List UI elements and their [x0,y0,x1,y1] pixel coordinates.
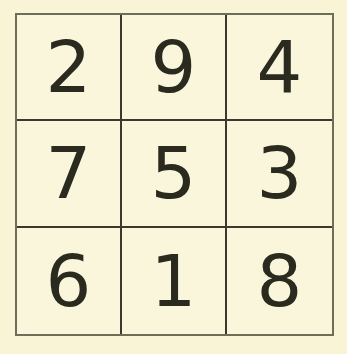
cell-r1c2: 3 [227,121,332,227]
cell-r2c1: 1 [122,228,227,334]
cell-r0c0: 2 [17,15,122,121]
cell-r0c2: 4 [227,15,332,121]
cell-r2c2: 8 [227,228,332,334]
magic-square-board: 2 9 4 7 5 3 6 1 8 [15,13,334,336]
cell-r0c1: 9 [122,15,227,121]
cell-r1c1: 5 [122,121,227,227]
cell-r2c0: 6 [17,228,122,334]
cell-r1c0: 7 [17,121,122,227]
